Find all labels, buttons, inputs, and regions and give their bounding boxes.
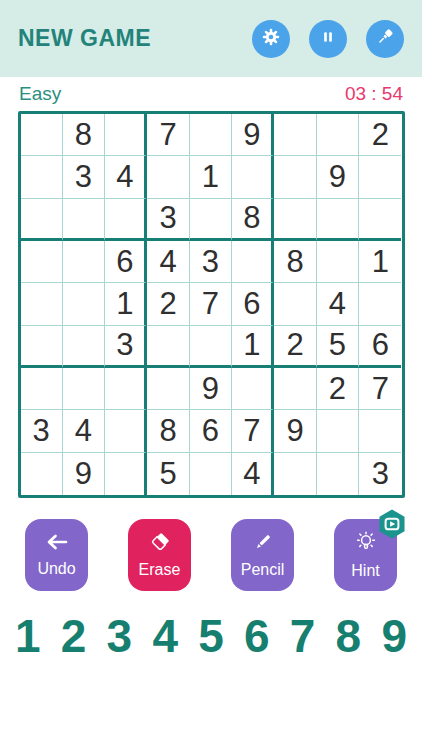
status-row: Easy 03 : 54	[0, 77, 422, 111]
cell-r7c3[interactable]	[105, 368, 147, 410]
cell-r2c1[interactable]	[21, 156, 63, 198]
pause-icon	[318, 27, 338, 50]
cell-r8c5[interactable]: 6	[190, 410, 232, 452]
cell-r2c6[interactable]	[232, 156, 274, 198]
cell-r4c4[interactable]: 4	[147, 241, 189, 283]
cell-r9c3[interactable]	[105, 453, 147, 495]
cell-r1c2[interactable]: 8	[63, 114, 105, 156]
cell-r9c4[interactable]: 5	[147, 453, 189, 495]
cell-r7c1[interactable]	[21, 368, 63, 410]
cell-r8c6[interactable]: 7	[232, 410, 274, 452]
hint-label: Hint	[351, 562, 379, 580]
cell-r5c5[interactable]: 7	[190, 283, 232, 325]
cell-r4c2[interactable]	[63, 241, 105, 283]
cell-r6c5[interactable]	[190, 326, 232, 368]
cell-r2c7[interactable]	[274, 156, 316, 198]
numpad-7[interactable]: 7	[290, 613, 316, 659]
erase-label: Erase	[139, 561, 181, 579]
cell-r8c4[interactable]: 8	[147, 410, 189, 452]
hint-bulb-icon	[353, 529, 379, 558]
cell-r1c3[interactable]	[105, 114, 147, 156]
numpad-3[interactable]: 3	[107, 613, 133, 659]
cell-r6c6[interactable]: 1	[232, 326, 274, 368]
cell-r4c6[interactable]	[232, 241, 274, 283]
numpad-1[interactable]: 1	[15, 613, 41, 659]
cell-r2c3[interactable]: 4	[105, 156, 147, 198]
cell-r8c2[interactable]: 4	[63, 410, 105, 452]
sudoku-board: 87923419386438112764312569273486799543	[18, 111, 405, 498]
cell-r5c7[interactable]	[274, 283, 316, 325]
difficulty-label: Easy	[19, 83, 61, 105]
cell-r4c9[interactable]: 1	[359, 241, 401, 283]
cell-r9c8[interactable]	[317, 453, 359, 495]
cell-r2c8[interactable]: 9	[317, 156, 359, 198]
cell-r8c3[interactable]	[105, 410, 147, 452]
cell-r6c7[interactable]: 2	[274, 326, 316, 368]
hint-video-ad-badge	[376, 508, 408, 540]
numpad-4[interactable]: 4	[152, 613, 178, 659]
cell-r7c6[interactable]	[232, 368, 274, 410]
number-pad: 1 2 3 4 5 6 7 8 9	[0, 613, 422, 659]
cell-r9c1[interactable]	[21, 453, 63, 495]
control-buttons: Undo Erase Pencil	[0, 519, 422, 591]
cell-r1c7[interactable]	[274, 114, 316, 156]
header-actions	[252, 20, 404, 58]
timer-value: 03 : 54	[345, 83, 403, 105]
cell-r5c4[interactable]: 2	[147, 283, 189, 325]
numpad-8[interactable]: 8	[336, 613, 362, 659]
cell-r5c6[interactable]: 6	[232, 283, 274, 325]
cell-r3c1[interactable]	[21, 199, 63, 241]
cell-r6c9[interactable]: 6	[359, 326, 401, 368]
cell-r5c1[interactable]	[21, 283, 63, 325]
cell-r2c9[interactable]	[359, 156, 401, 198]
cell-r1c4[interactable]: 7	[147, 114, 189, 156]
cell-r9c7[interactable]	[274, 453, 316, 495]
cell-r4c7[interactable]: 8	[274, 241, 316, 283]
numpad-2[interactable]: 2	[61, 613, 87, 659]
cell-r7c2[interactable]	[63, 368, 105, 410]
cell-r6c4[interactable]	[147, 326, 189, 368]
cell-r8c9[interactable]	[359, 410, 401, 452]
undo-button[interactable]: Undo	[25, 519, 88, 591]
cell-r3c7[interactable]	[274, 199, 316, 241]
cell-r6c1[interactable]	[21, 326, 63, 368]
cell-r4c1[interactable]	[21, 241, 63, 283]
cell-r5c8[interactable]: 4	[317, 283, 359, 325]
cell-r3c8[interactable]	[317, 199, 359, 241]
hint-button[interactable]: Hint	[334, 519, 397, 591]
undo-label: Undo	[37, 560, 75, 578]
paint-brush-icon	[374, 26, 396, 51]
cell-r8c7[interactable]: 9	[274, 410, 316, 452]
cell-r1c1[interactable]	[21, 114, 63, 156]
cell-r6c3[interactable]: 3	[105, 326, 147, 368]
pencil-button[interactable]: Pencil	[231, 519, 294, 591]
page-title: NEW GAME	[18, 25, 151, 52]
undo-arrow-icon	[44, 531, 70, 556]
numpad-6[interactable]: 6	[244, 613, 270, 659]
cell-r3c6[interactable]: 8	[232, 199, 274, 241]
cell-r7c4[interactable]	[147, 368, 189, 410]
cell-r6c2[interactable]	[63, 326, 105, 368]
cell-r3c4[interactable]: 3	[147, 199, 189, 241]
pencil-label: Pencil	[241, 561, 285, 579]
cell-r5c3[interactable]: 1	[105, 283, 147, 325]
cell-r2c2[interactable]: 3	[63, 156, 105, 198]
cell-r9c5[interactable]	[190, 453, 232, 495]
erase-button[interactable]: Erase	[128, 519, 191, 591]
cell-r1c5[interactable]	[190, 114, 232, 156]
cell-r3c9[interactable]	[359, 199, 401, 241]
cell-r6c8[interactable]: 5	[317, 326, 359, 368]
cell-r8c8[interactable]	[317, 410, 359, 452]
cell-r5c2[interactable]	[63, 283, 105, 325]
cell-r9c9[interactable]: 3	[359, 453, 401, 495]
cell-r4c3[interactable]: 6	[105, 241, 147, 283]
numpad-5[interactable]: 5	[198, 613, 224, 659]
header-bar: NEW GAME	[0, 0, 422, 77]
cell-r1c8[interactable]	[317, 114, 359, 156]
cell-r4c8[interactable]	[317, 241, 359, 283]
cell-r3c3[interactable]	[105, 199, 147, 241]
cell-r8c1[interactable]: 3	[21, 410, 63, 452]
cell-r7c5[interactable]: 9	[190, 368, 232, 410]
cell-r2c5[interactable]: 1	[190, 156, 232, 198]
cell-r2c4[interactable]	[147, 156, 189, 198]
cell-r7c9[interactable]: 7	[359, 368, 401, 410]
pause-button[interactable]	[309, 20, 347, 58]
settings-gear-icon	[260, 26, 282, 51]
numpad-9[interactable]: 9	[381, 613, 407, 659]
cell-r4c5[interactable]: 3	[190, 241, 232, 283]
pencil-icon	[251, 530, 275, 557]
cell-r3c2[interactable]	[63, 199, 105, 241]
cell-r5c9[interactable]	[359, 283, 401, 325]
cell-r3c5[interactable]	[190, 199, 232, 241]
cell-r7c7[interactable]	[274, 368, 316, 410]
cell-r9c2[interactable]: 9	[63, 453, 105, 495]
settings-button[interactable]	[252, 20, 290, 58]
cell-r7c8[interactable]: 2	[317, 368, 359, 410]
cell-r9c6[interactable]: 4	[232, 453, 274, 495]
cell-r1c9[interactable]: 2	[359, 114, 401, 156]
theme-button[interactable]	[366, 20, 404, 58]
eraser-icon	[148, 530, 172, 557]
cell-r1c6[interactable]: 9	[232, 114, 274, 156]
